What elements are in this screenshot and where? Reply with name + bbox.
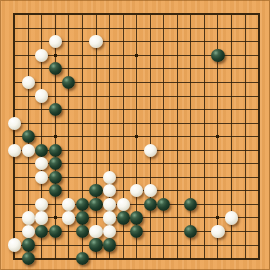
- board-wood-background: [0, 0, 270, 270]
- go-board[interactable]: [0, 0, 270, 270]
